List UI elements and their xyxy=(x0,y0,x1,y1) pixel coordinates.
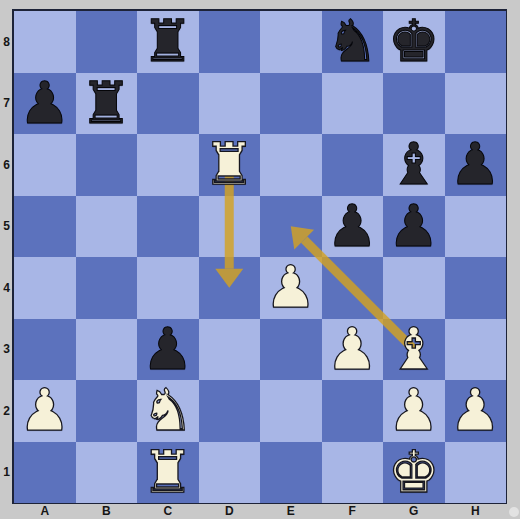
piece-white-pawn-a2[interactable]: ♟ xyxy=(14,380,76,442)
piece-white-pawn-e4[interactable]: ♟ xyxy=(260,257,322,319)
rank-label-2: 2 xyxy=(0,380,13,442)
piece-black-bishop-g6[interactable]: ♝ xyxy=(383,134,445,196)
rank-label-1: 1 xyxy=(0,442,13,504)
piece-black-pawn-g5[interactable]: ♟ xyxy=(383,196,445,258)
rank-label-5: 5 xyxy=(0,196,13,258)
chess-board: ♜♞♚♟♜♜♝♟♟♟♟♟♟♝♟♞♟♟♜♚ xyxy=(12,9,507,504)
piece-black-pawn-f5[interactable]: ♟ xyxy=(322,196,384,258)
pieces-layer: ♜♞♚♟♜♜♝♟♟♟♟♟♟♝♟♞♟♟♜♚ xyxy=(14,11,506,503)
piece-white-pawn-h2[interactable]: ♟ xyxy=(445,380,507,442)
piece-black-knight-f8[interactable]: ♞ xyxy=(322,11,384,73)
piece-white-pawn-f3[interactable]: ♟ xyxy=(322,319,384,381)
rank-label-4: 4 xyxy=(0,257,13,319)
piece-black-king-g8[interactable]: ♚ xyxy=(383,11,445,73)
piece-black-pawn-h6[interactable]: ♟ xyxy=(445,134,507,196)
piece-black-rook-b7[interactable]: ♜ xyxy=(76,73,138,135)
rank-label-3: 3 xyxy=(0,319,13,381)
rank-label-8: 8 xyxy=(0,11,13,73)
piece-white-bishop-g3[interactable]: ♝ xyxy=(383,319,445,381)
piece-black-rook-c8[interactable]: ♜ xyxy=(137,11,199,73)
rank-label-7: 7 xyxy=(0,73,13,135)
piece-white-pawn-g2[interactable]: ♟ xyxy=(383,380,445,442)
piece-white-rook-c1[interactable]: ♜ xyxy=(137,442,199,504)
piece-black-pawn-a7[interactable]: ♟ xyxy=(14,73,76,135)
rank-label-6: 6 xyxy=(0,134,13,196)
file-label-F: F xyxy=(322,503,384,518)
file-label-H: H xyxy=(445,503,507,518)
corner-dot xyxy=(509,507,519,517)
piece-white-knight-c2[interactable]: ♞ xyxy=(137,380,199,442)
piece-white-rook-d6[interactable]: ♜ xyxy=(199,134,261,196)
file-label-B: B xyxy=(76,503,138,518)
file-label-A: A xyxy=(14,503,76,518)
chess-board-app: ♜♞♚♟♜♜♝♟♟♟♟♟♟♝♟♞♟♟♜♚ 87654321 ABCDEFGH xyxy=(0,0,520,519)
piece-black-pawn-c3[interactable]: ♟ xyxy=(137,319,199,381)
file-label-E: E xyxy=(260,503,322,518)
rank-labels: 87654321 xyxy=(0,11,13,503)
file-label-D: D xyxy=(199,503,261,518)
piece-white-king-g1[interactable]: ♚ xyxy=(383,442,445,504)
